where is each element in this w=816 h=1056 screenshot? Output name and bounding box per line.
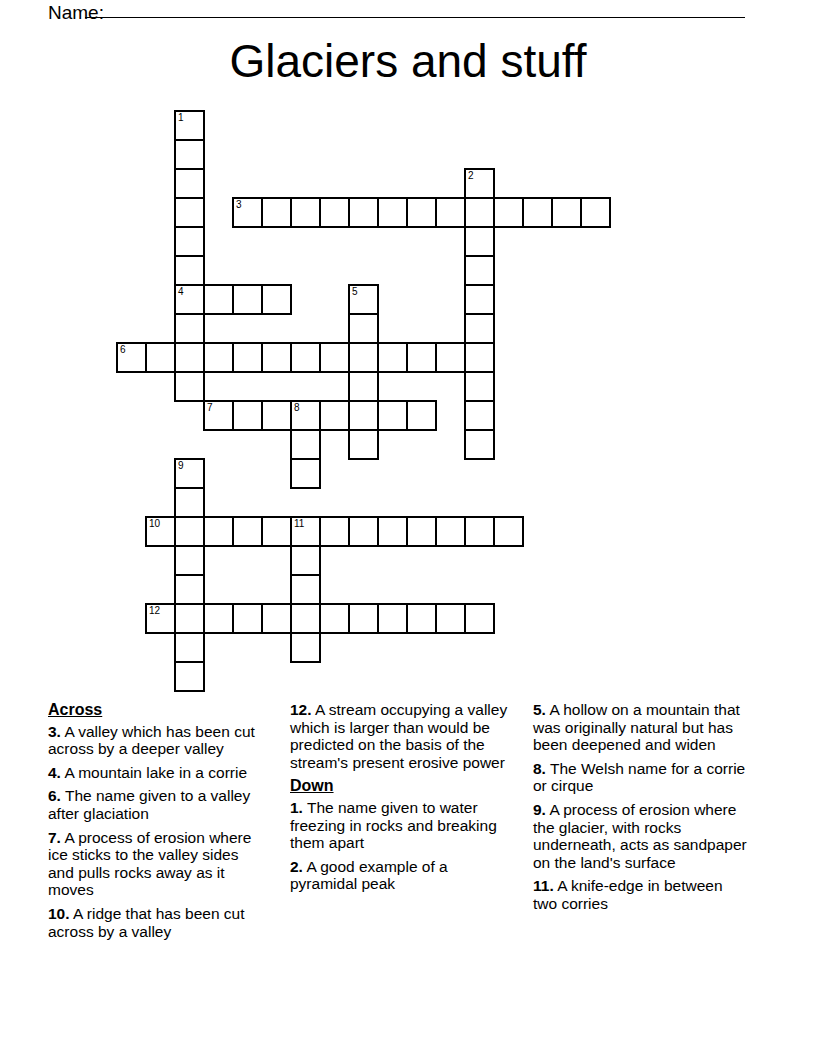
grid-cell-r7c12[interactable]	[464, 313, 495, 344]
clues-column-across: Across3. A valley which has been cut acr…	[48, 701, 266, 946]
grid-cell-r14c10[interactable]	[406, 516, 437, 547]
grid-cell-r8c1[interactable]	[145, 342, 176, 373]
clue-item-5: 5. A hollow on a mountain that was origi…	[533, 701, 751, 754]
grid-cell-r3c15[interactable]	[551, 197, 582, 228]
clues-header-across: Across	[48, 701, 266, 719]
grid-cell-r14c7[interactable]	[319, 516, 350, 547]
grid-cell-r8c8[interactable]	[348, 342, 379, 373]
grid-cell-r2c12[interactable]: 2	[464, 168, 495, 199]
grid-cell-r6c2[interactable]: 4	[174, 284, 205, 315]
grid-cell-r14c11[interactable]	[435, 516, 466, 547]
clue-number-label: 5.	[533, 701, 546, 718]
grid-cell-r6c8[interactable]: 5	[348, 284, 379, 315]
grid-cell-r8c11[interactable]	[435, 342, 466, 373]
grid-cell-r10c3[interactable]: 7	[203, 400, 234, 431]
grid-cell-r15c6[interactable]	[290, 545, 321, 576]
grid-cell-r5c2[interactable]	[174, 255, 205, 286]
grid-cell-r3c16[interactable]	[580, 197, 611, 228]
grid-cell-r3c10[interactable]	[406, 197, 437, 228]
clue-item-7: 7. A process of erosion where ice sticks…	[48, 829, 266, 899]
grid-cell-r11c12[interactable]	[464, 429, 495, 460]
clue-number-label: 7.	[48, 829, 61, 846]
clue-item-12: 12. A stream occupying a valley which is…	[290, 701, 508, 771]
clues-column-down: 5. A hollow on a mountain that was origi…	[533, 701, 751, 919]
cell-number-3: 3	[236, 199, 242, 210]
grid-cell-r8c9[interactable]	[377, 342, 408, 373]
grid-cell-r17c3[interactable]	[203, 603, 234, 634]
grid-cell-r16c6[interactable]	[290, 574, 321, 605]
grid-cell-r17c2[interactable]	[174, 603, 205, 634]
cell-number-6: 6	[120, 344, 126, 355]
cell-number-2: 2	[468, 170, 474, 181]
clues-column-middle: 12. A stream occupying a valley which is…	[290, 701, 508, 899]
grid-cell-r17c12[interactable]	[464, 603, 495, 634]
grid-cell-r14c2[interactable]	[174, 516, 205, 547]
crossword-worksheet: Name: Glaciers and stuff 123456789101112…	[0, 0, 816, 1056]
grid-cell-r3c7[interactable]	[319, 197, 350, 228]
grid-cell-r8c12[interactable]	[464, 342, 495, 373]
grid-cell-r10c10[interactable]	[406, 400, 437, 431]
grid-cell-r8c5[interactable]	[261, 342, 292, 373]
clue-item-4: 4. A mountain lake in a corrie	[48, 764, 266, 782]
grid-cell-r7c8[interactable]	[348, 313, 379, 344]
grid-cell-r12c6[interactable]	[290, 458, 321, 489]
cell-number-9: 9	[178, 460, 184, 471]
cell-number-7: 7	[207, 402, 213, 413]
grid-cell-r11c6[interactable]	[290, 429, 321, 460]
grid-cell-r3c9[interactable]	[377, 197, 408, 228]
grid-cell-r8c4[interactable]	[232, 342, 263, 373]
grid-cell-r10c9[interactable]	[377, 400, 408, 431]
grid-cell-r8c7[interactable]	[319, 342, 350, 373]
grid-cell-r15c2[interactable]	[174, 545, 205, 576]
grid-cell-r14c6[interactable]: 11	[290, 516, 321, 547]
grid-cell-r14c13[interactable]	[493, 516, 524, 547]
clue-item-10: 10. A ridge that has been cut across by …	[48, 905, 266, 940]
cell-number-8: 8	[294, 402, 300, 413]
grid-cell-r8c2[interactable]	[174, 342, 205, 373]
clue-number-label: 9.	[533, 801, 546, 818]
cell-number-4: 4	[178, 286, 184, 297]
clue-item-8: 8. The Welsh name for a corrie or cirque	[533, 760, 751, 795]
clue-number-label: 2.	[290, 858, 303, 875]
grid-cell-r17c7[interactable]	[319, 603, 350, 634]
grid-cell-r8c0[interactable]: 6	[116, 342, 147, 373]
clue-number-label: 8.	[533, 760, 546, 777]
grid-cell-r9c12[interactable]	[464, 371, 495, 402]
grid-cell-r8c10[interactable]	[406, 342, 437, 373]
grid-cell-r9c8[interactable]	[348, 371, 379, 402]
clue-item-2: 2. A good example of a pyramidal peak	[290, 858, 508, 893]
clue-item-6: 6. The name given to a valley after glac…	[48, 787, 266, 822]
cell-number-5: 5	[352, 286, 358, 297]
clue-item-1: 1. The name given to water freezing in r…	[290, 799, 508, 852]
grid-cell-r14c9[interactable]	[377, 516, 408, 547]
grid-cell-r8c6[interactable]	[290, 342, 321, 373]
grid-cell-r17c6[interactable]	[290, 603, 321, 634]
grid-cell-r3c13[interactable]	[493, 197, 524, 228]
grid-cell-r3c2[interactable]	[174, 197, 205, 228]
clue-number-label: 6.	[48, 787, 61, 804]
cell-number-10: 10	[149, 518, 160, 529]
grid-cell-r2c2[interactable]	[174, 168, 205, 199]
grid-cell-r11c8[interactable]	[348, 429, 379, 460]
cell-number-12: 12	[149, 605, 160, 616]
grid-cell-r17c1[interactable]: 12	[145, 603, 176, 634]
grid-cell-r17c10[interactable]	[406, 603, 437, 634]
clue-number-label: 3.	[48, 723, 61, 740]
clue-number-label: 1.	[290, 799, 303, 816]
grid-cell-r3c6[interactable]	[290, 197, 321, 228]
grid-cell-r10c12[interactable]	[464, 400, 495, 431]
clue-number-label: 12.	[290, 701, 312, 718]
grid-cell-r6c3[interactable]	[203, 284, 234, 315]
grid-cell-r4c2[interactable]	[174, 226, 205, 257]
grid-cell-r16c2[interactable]	[174, 574, 205, 605]
grid-cell-r3c8[interactable]	[348, 197, 379, 228]
clue-item-3: 3. A valley which has been cut across by…	[48, 723, 266, 758]
grid-cell-r4c12[interactable]	[464, 226, 495, 257]
grid-cell-r17c5[interactable]	[261, 603, 292, 634]
clue-number-label: 4.	[48, 764, 61, 781]
grid-cell-r3c5[interactable]	[261, 197, 292, 228]
grid-cell-r6c12[interactable]	[464, 284, 495, 315]
name-fill-in-line[interactable]	[85, 0, 745, 18]
grid-cell-r6c4[interactable]	[232, 284, 263, 315]
grid-cell-r9c2[interactable]	[174, 371, 205, 402]
grid-cell-r17c9[interactable]	[377, 603, 408, 634]
grid-cell-r12c2[interactable]: 9	[174, 458, 205, 489]
cell-number-1: 1	[178, 112, 184, 123]
grid-cell-r10c4[interactable]	[232, 400, 263, 431]
grid-cell-r14c3[interactable]	[203, 516, 234, 547]
grid-cell-r3c4[interactable]: 3	[232, 197, 263, 228]
grid-cell-r5c12[interactable]	[464, 255, 495, 286]
grid-cell-r18c6[interactable]	[290, 632, 321, 663]
grid-cell-r3c14[interactable]	[522, 197, 553, 228]
grid-cell-r19c2[interactable]	[174, 661, 205, 692]
puzzle-title: Glaciers and stuff	[0, 34, 816, 88]
grid-cell-r17c8[interactable]	[348, 603, 379, 634]
grid-cell-r10c5[interactable]	[261, 400, 292, 431]
grid-cell-r3c12[interactable]	[464, 197, 495, 228]
grid-cell-r0c2[interactable]: 1	[174, 110, 205, 141]
grid-cell-r17c4[interactable]	[232, 603, 263, 634]
clue-item-11: 11. A knife-edge in between two corries	[533, 877, 751, 912]
grid-cell-r14c5[interactable]	[261, 516, 292, 547]
grid-cell-r10c7[interactable]	[319, 400, 350, 431]
clue-item-9: 9. A process of erosion where the glacie…	[533, 801, 751, 871]
grid-cell-r6c5[interactable]	[261, 284, 292, 315]
crossword-grid: 123456789101112	[116, 110, 611, 692]
grid-cell-r3c11[interactable]	[435, 197, 466, 228]
grid-cell-r8c3[interactable]	[203, 342, 234, 373]
grid-cell-r14c1[interactable]: 10	[145, 516, 176, 547]
grid-cell-r14c4[interactable]	[232, 516, 263, 547]
grid-cell-r17c11[interactable]	[435, 603, 466, 634]
clues-header-down: Down	[290, 777, 508, 795]
grid-cell-r1c2[interactable]	[174, 139, 205, 170]
cell-number-11: 11	[294, 518, 304, 529]
grid-cell-r10c8[interactable]	[348, 400, 379, 431]
grid-cell-r13c2[interactable]	[174, 487, 205, 518]
grid-cell-r18c2[interactable]	[174, 632, 205, 663]
clue-number-label: 10.	[48, 905, 70, 922]
grid-cell-r7c2[interactable]	[174, 313, 205, 344]
clue-number-label: 11.	[533, 877, 554, 894]
grid-cell-r10c6[interactable]: 8	[290, 400, 321, 431]
grid-cell-r14c8[interactable]	[348, 516, 379, 547]
grid-cell-r14c12[interactable]	[464, 516, 495, 547]
